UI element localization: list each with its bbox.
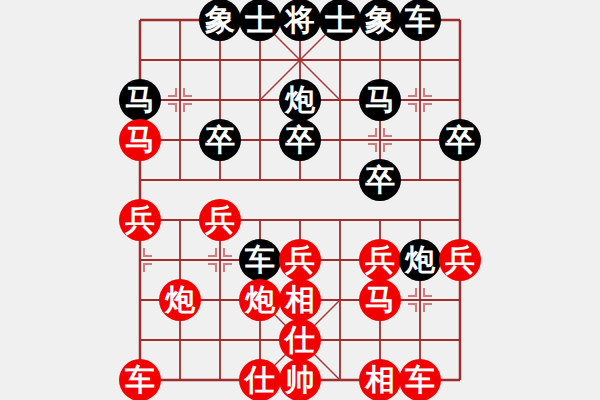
- piece-black-soldier[interactable]: 卒: [439, 119, 481, 161]
- piece-red-soldier[interactable]: 兵: [439, 239, 481, 281]
- piece-black-advisor[interactable]: 士: [319, 0, 361, 41]
- piece-black-horse[interactable]: 马: [359, 79, 401, 121]
- xiangqi-board: 象士将士象车马炮马马卒卒卒卒兵兵车兵兵炮兵炮炮相马仕车仕帅相车: [120, 0, 480, 400]
- piece-red-horse[interactable]: 马: [119, 119, 161, 161]
- piece-black-horse[interactable]: 马: [119, 79, 161, 121]
- piece-black-elephant[interactable]: 象: [199, 0, 241, 41]
- piece-red-general[interactable]: 帅: [279, 359, 321, 400]
- piece-black-advisor[interactable]: 士: [239, 0, 281, 41]
- piece-red-chariot[interactable]: 车: [399, 359, 441, 400]
- piece-black-soldier[interactable]: 卒: [279, 119, 321, 161]
- piece-red-elephant[interactable]: 相: [359, 359, 401, 400]
- piece-black-soldier[interactable]: 卒: [199, 119, 241, 161]
- piece-red-cannon[interactable]: 炮: [239, 279, 281, 321]
- piece-red-soldier[interactable]: 兵: [359, 239, 401, 281]
- piece-black-cannon[interactable]: 炮: [399, 239, 441, 281]
- piece-red-advisor[interactable]: 仕: [239, 359, 281, 400]
- piece-red-chariot[interactable]: 车: [119, 359, 161, 400]
- piece-red-cannon[interactable]: 炮: [159, 279, 201, 321]
- piece-red-soldier[interactable]: 兵: [279, 239, 321, 281]
- piece-black-soldier[interactable]: 卒: [359, 159, 401, 201]
- piece-red-elephant[interactable]: 相: [279, 279, 321, 321]
- piece-black-chariot[interactable]: 车: [399, 0, 441, 41]
- piece-red-soldier[interactable]: 兵: [119, 199, 161, 241]
- piece-black-elephant[interactable]: 象: [359, 0, 401, 41]
- piece-black-cannon[interactable]: 炮: [279, 79, 321, 121]
- piece-black-general[interactable]: 将: [279, 0, 321, 41]
- xiangqi-app: 象士将士象车马炮马马卒卒卒卒兵兵车兵兵炮兵炮炮相马仕车仕帅相车: [0, 0, 600, 400]
- piece-black-chariot[interactable]: 车: [239, 239, 281, 281]
- piece-red-advisor[interactable]: 仕: [279, 319, 321, 361]
- piece-red-horse[interactable]: 马: [359, 279, 401, 321]
- piece-red-soldier[interactable]: 兵: [199, 199, 241, 241]
